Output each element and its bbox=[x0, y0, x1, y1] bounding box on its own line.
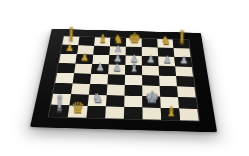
chess-board: ♜♝♞♚♞♜♟♟♟♟♟♟♟♟♟♟♝♞♚♜♛♝ bbox=[48, 36, 198, 120]
square-b4 bbox=[72, 73, 90, 84]
square-d4 bbox=[107, 74, 125, 85]
square-f2: ♚ bbox=[142, 96, 160, 108]
square-c1 bbox=[86, 106, 106, 118]
silver-pawn-f6: ♟ bbox=[145, 54, 154, 64]
square-e5: ♝ bbox=[125, 65, 142, 75]
silver-pawn-g6: ♟ bbox=[162, 55, 171, 65]
board-tilt: ♜♝♞♚♞♜♟♟♟♟♟♟♟♟♟♟♝♞♚♜♛♝ bbox=[29, 29, 216, 133]
square-h1 bbox=[178, 108, 198, 120]
square-d3 bbox=[106, 84, 124, 95]
board-frame: ♜♝♞♚♞♜♟♟♟♟♟♟♟♟♟♟♝♞♚♜♛♝ bbox=[29, 29, 216, 133]
gold-king-e8: ♚ bbox=[127, 31, 140, 45]
square-b3 bbox=[71, 83, 90, 94]
square-h4 bbox=[176, 76, 194, 87]
square-g1: ♝ bbox=[160, 108, 179, 120]
square-h5 bbox=[175, 66, 193, 76]
gold-rook-h8: ♜ bbox=[178, 29, 184, 47]
square-h2 bbox=[177, 97, 196, 109]
square-a5 bbox=[57, 63, 75, 73]
gold-bishop-g1: ♝ bbox=[164, 105, 176, 118]
square-c5: ♟ bbox=[91, 64, 109, 74]
silver-rook-a1: ♜ bbox=[55, 94, 62, 115]
gold-queen-b1: ♛ bbox=[70, 100, 84, 116]
square-c7 bbox=[93, 46, 110, 55]
square-g5 bbox=[158, 66, 175, 76]
square-a7: ♟ bbox=[60, 45, 78, 54]
square-f1 bbox=[142, 107, 161, 119]
square-a1: ♜ bbox=[48, 105, 68, 117]
photo-canvas: ♜♝♞♚♞♜♟♟♟♟♟♟♟♟♟♟♝♞♚♜♛♝ bbox=[0, 0, 249, 156]
silver-king-f2: ♚ bbox=[144, 89, 159, 105]
square-a4 bbox=[55, 73, 74, 84]
square-g3 bbox=[159, 86, 177, 97]
square-g6: ♟ bbox=[158, 56, 175, 66]
square-c4 bbox=[90, 74, 108, 85]
gold-bishop-c8: ♝ bbox=[97, 33, 107, 44]
square-c2: ♞ bbox=[87, 95, 106, 107]
square-f6: ♟ bbox=[141, 56, 158, 66]
square-g4 bbox=[159, 76, 177, 87]
square-e3 bbox=[124, 85, 142, 96]
gold-knight-g8: ♞ bbox=[160, 35, 170, 46]
square-e1 bbox=[123, 107, 142, 119]
square-d2 bbox=[105, 95, 124, 107]
gold-pawn-a7: ♟ bbox=[64, 43, 73, 53]
square-h3 bbox=[176, 86, 195, 97]
square-d5: ♟ bbox=[108, 64, 125, 74]
silver-bishop-e5: ♝ bbox=[128, 61, 139, 73]
square-a6 bbox=[58, 54, 76, 64]
silver-pawn-h6: ♟ bbox=[178, 55, 187, 65]
silver-pawn-d5: ♟ bbox=[112, 63, 121, 73]
square-f4 bbox=[142, 75, 160, 86]
square-e4 bbox=[124, 75, 141, 86]
gold-pawn-b6: ♟ bbox=[79, 52, 88, 62]
square-f5 bbox=[141, 65, 158, 75]
silver-knight-c2: ♞ bbox=[91, 91, 103, 104]
square-b6: ♟ bbox=[75, 54, 93, 64]
square-h6: ♟ bbox=[174, 57, 191, 67]
square-b5 bbox=[74, 64, 92, 74]
silver-pawn-c5: ♟ bbox=[95, 62, 104, 72]
chess-set-scene: ♜♝♞♚♞♜♟♟♟♟♟♟♟♟♟♟♝♞♚♜♛♝ bbox=[23, 5, 227, 151]
square-e2 bbox=[124, 96, 142, 108]
square-b1: ♛ bbox=[67, 105, 87, 117]
square-d1 bbox=[105, 106, 124, 118]
